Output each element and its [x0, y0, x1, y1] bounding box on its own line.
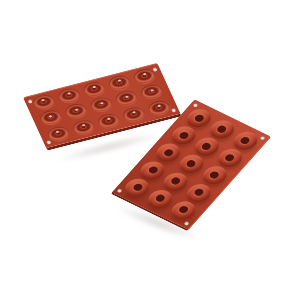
- savarin-cavity: [146, 99, 173, 118]
- savarin-cavity: [121, 105, 148, 124]
- product-photo: [0, 0, 299, 299]
- savarin-cavity: [70, 118, 97, 137]
- corner-hole: [184, 221, 190, 226]
- savarin-cavity: [96, 112, 123, 131]
